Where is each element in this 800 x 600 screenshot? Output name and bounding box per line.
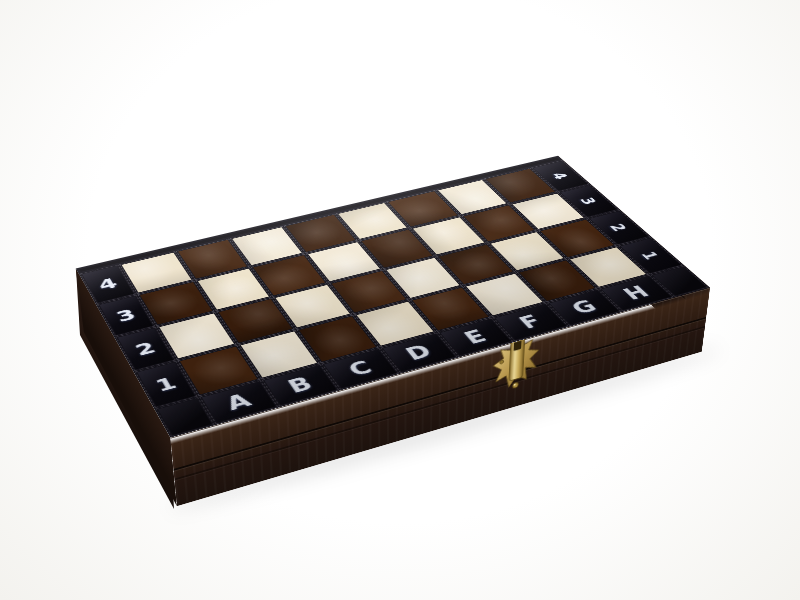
square-a3 xyxy=(140,282,212,324)
file-label-d-text: D xyxy=(401,341,436,364)
photo-canvas: { "game": "chess", "scene_description": … xyxy=(0,0,800,600)
square-b1 xyxy=(240,331,317,377)
square-c1 xyxy=(299,316,376,361)
file-label-g-text: G xyxy=(567,297,602,318)
square-c2 xyxy=(276,285,350,327)
rank-label-left-2-text: 2 xyxy=(132,338,159,359)
file-label-h-text: H xyxy=(619,283,654,303)
square-d1 xyxy=(357,302,433,346)
rank-label-left-3-text: 3 xyxy=(113,305,139,325)
clasp-latch xyxy=(488,327,545,408)
rank-label-right-2-text: 2 xyxy=(605,222,632,233)
file-label-b-text: B xyxy=(284,373,317,397)
rank-label-left-1-text: 1 xyxy=(152,373,180,395)
square-a2 xyxy=(159,314,233,359)
chess-box: 44332211ABCDEFGH xyxy=(76,156,710,438)
file-label-c-text: C xyxy=(344,357,376,380)
file-label-e-text: E xyxy=(460,327,491,348)
file-label-a-text: A xyxy=(222,390,255,414)
rank-label-right-1-text: 1 xyxy=(637,250,664,262)
square-b2 xyxy=(218,299,292,343)
rank-label-left-4-text: 4 xyxy=(95,275,120,294)
square-a1 xyxy=(180,347,257,395)
scene: 44332211ABCDEFGH xyxy=(110,128,670,428)
clasp-icon xyxy=(488,327,545,408)
square-e1 xyxy=(412,288,488,331)
square-f1 xyxy=(466,274,542,315)
rank-label-right-4-text: 4 xyxy=(548,171,573,181)
rank-label-right-3-text: 3 xyxy=(576,196,602,207)
